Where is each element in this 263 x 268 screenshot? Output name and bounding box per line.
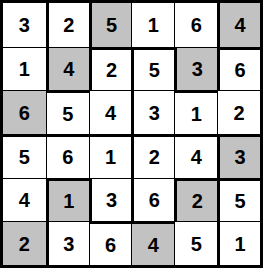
sudoku-board: 325164142536654312561243413625236451 [0, 0, 263, 268]
cell-digit: 4 [105, 103, 116, 123]
cell-digit: 2 [234, 103, 245, 123]
grid-cell-r2c5[interactable]: 3 [174, 47, 217, 91]
cell-digit: 5 [149, 60, 160, 80]
grid-cell-r6c2[interactable]: 3 [46, 221, 89, 265]
grid-cell-r5c5[interactable]: 2 [174, 178, 217, 222]
grid-cell-r6c4[interactable]: 4 [131, 221, 174, 265]
cell-digit: 6 [62, 147, 73, 167]
grid-cell-r2c2[interactable]: 4 [46, 47, 89, 91]
cell-digit: 6 [191, 15, 202, 35]
grid-cell-r4c5[interactable]: 4 [174, 134, 217, 178]
cell-digit: 2 [106, 60, 117, 80]
cell-digit: 1 [105, 147, 116, 167]
cell-digit: 5 [106, 15, 117, 35]
grid-cell-r6c1[interactable]: 2 [3, 221, 46, 265]
grid-cell-r6c3[interactable]: 6 [89, 221, 132, 265]
grid-cell-r6c5[interactable]: 5 [174, 221, 217, 265]
grid-cell-r3c3[interactable]: 4 [89, 90, 132, 134]
cell-digit: 3 [19, 15, 30, 35]
cell-digit: 5 [62, 104, 73, 124]
grid-cell-r2c1[interactable]: 1 [3, 47, 46, 91]
grid-cell-r1c6[interactable]: 4 [217, 3, 260, 47]
grid-cell-r5c6[interactable]: 5 [217, 178, 260, 222]
cell-digit: 2 [149, 147, 160, 167]
grid-cell-r6c6[interactable]: 1 [217, 221, 260, 265]
cell-digit: 5 [191, 234, 202, 254]
grid-cell-r3c2[interactable]: 5 [46, 90, 89, 134]
cell-digit: 2 [63, 15, 74, 35]
cell-digit: 1 [63, 191, 74, 211]
cell-digit: 1 [19, 59, 30, 79]
cell-digit: 4 [63, 59, 74, 79]
grid-cell-r1c4[interactable]: 1 [131, 3, 174, 47]
cell-digit: 6 [19, 103, 30, 123]
cell-digit: 5 [235, 191, 246, 211]
grid-cell-r1c5[interactable]: 6 [174, 3, 217, 47]
grid-cell-r2c4[interactable]: 5 [131, 47, 174, 91]
cell-digit: 1 [235, 234, 246, 254]
cell-digit: 3 [192, 59, 203, 79]
grid-cell-r2c6[interactable]: 6 [217, 47, 260, 91]
cell-digit: 6 [105, 235, 116, 255]
cell-digit: 1 [191, 104, 202, 124]
grid-cell-r4c3[interactable]: 1 [89, 134, 132, 178]
cell-digit: 4 [148, 235, 159, 255]
cell-digit: 3 [106, 190, 117, 210]
cell-digit: 2 [192, 191, 203, 211]
grid-cell-r3c5[interactable]: 1 [174, 90, 217, 134]
grid-cell-r3c4[interactable]: 3 [131, 90, 174, 134]
cell-digit: 3 [149, 103, 160, 123]
grid-cell-r1c1[interactable]: 3 [3, 3, 46, 47]
cell-digit: 4 [235, 15, 246, 35]
cell-digit: 3 [235, 147, 246, 167]
grid-cell-r4c4[interactable]: 2 [131, 134, 174, 178]
grid-cell-r5c4[interactable]: 6 [131, 178, 174, 222]
cell-digit: 1 [148, 15, 159, 35]
grid-cell-r2c3[interactable]: 2 [89, 47, 132, 91]
grid-cell-r3c1[interactable]: 6 [3, 90, 46, 134]
grid-cell-r1c3[interactable]: 5 [89, 3, 132, 47]
grid-cell-r5c1[interactable]: 4 [3, 178, 46, 222]
grid-cell-r4c6[interactable]: 3 [217, 134, 260, 178]
grid-cell-r1c2[interactable]: 2 [46, 3, 89, 47]
grid-cell-r5c3[interactable]: 3 [89, 178, 132, 222]
cell-digit: 2 [19, 234, 30, 254]
grid-cell-r4c2[interactable]: 6 [46, 134, 89, 178]
grid-cell-r3c6[interactable]: 2 [217, 90, 260, 134]
cell-digit: 4 [19, 190, 30, 210]
grid-cell-r5c2[interactable]: 1 [46, 178, 89, 222]
cell-digit: 6 [235, 60, 246, 80]
grid-cell-r4c1[interactable]: 5 [3, 134, 46, 178]
cell-digit: 5 [19, 147, 30, 167]
cell-digit: 4 [191, 147, 202, 167]
cell-digit: 3 [63, 234, 74, 254]
cell-digit: 6 [149, 190, 160, 210]
